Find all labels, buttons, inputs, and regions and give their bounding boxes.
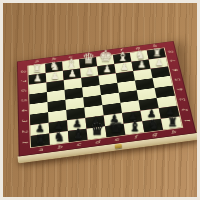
square-g1: ♞ [142, 119, 163, 132]
square-d1: ♛ [87, 126, 107, 139]
black-knight: ♞ [148, 118, 159, 131]
white-pawn: ♟ [68, 69, 77, 79]
board-tilt-wrapper: abcdefgh abcdefgh 87654321 87654321 ♜♞♝♛… [7, 1, 195, 189]
rank-labels-left: 87654321 [18, 66, 29, 148]
square-e1: ♚ [105, 124, 125, 137]
black-king: ♚ [108, 118, 123, 135]
coord-label-7: 7 [164, 58, 182, 65]
brass-latch [115, 144, 122, 149]
coord-label-8: 8 [162, 49, 180, 56]
square-b1: ♞ [49, 131, 69, 145]
square-h1: ♜ [161, 116, 182, 129]
white-pawn: ♟ [155, 57, 164, 67]
chess-set-product-photo: abcdefgh abcdefgh 87654321 87654321 ♜♞♝♛… [0, 0, 200, 200]
black-rook: ♜ [35, 134, 45, 146]
black-bishop: ♝ [72, 127, 84, 141]
black-rook: ♜ [167, 116, 177, 128]
black-knight: ♞ [54, 130, 65, 143]
square-f6 [116, 71, 135, 83]
white-pawn: ♟ [137, 60, 146, 70]
coord-label-6: 6 [166, 67, 185, 74]
black-bishop: ♝ [129, 119, 141, 133]
black-queen: ♛ [90, 122, 104, 138]
white-pawn: ♟ [85, 66, 94, 76]
white-pawn: ♟ [103, 64, 112, 74]
white-pawn: ♟ [51, 71, 60, 81]
white-pawn: ♟ [120, 62, 129, 72]
square-f1: ♝ [124, 121, 145, 134]
square-c1: ♝ [68, 129, 88, 143]
square-a1: ♜ [31, 134, 50, 148]
white-pawn: ♟ [33, 73, 42, 83]
